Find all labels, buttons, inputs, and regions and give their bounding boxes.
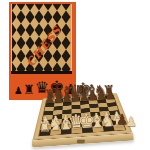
- harlequin-diamond: [35, 11, 44, 24]
- harlequin-diamond: [35, 24, 44, 37]
- harlequin-diamond: [71, 4, 73, 11]
- harlequin-diamond: [11, 11, 17, 24]
- harlequin-diamond: [71, 24, 73, 37]
- harlequin-diamond: [11, 37, 17, 50]
- harlequin-diamond: [17, 37, 26, 50]
- board-square: [61, 128, 72, 134]
- harlequin-diamond: [26, 4, 35, 11]
- harlequin-diamond: [26, 24, 35, 37]
- board-square: [72, 127, 83, 133]
- harlequin-diamond: [62, 4, 71, 11]
- harlequin-diamond: [17, 24, 26, 37]
- harlequin-diamond: [17, 4, 26, 11]
- harlequin-diamond: [11, 63, 17, 72]
- board-assembly: ♜♞♝♛♚♝♞♜♟♟♟♟♟♟♟♟♟♟♟♟♟♟♟♟♜♞♝♛♚♝♞♜: [26, 33, 133, 147]
- harlequin-diamond: [35, 4, 44, 11]
- spare-pawn-light: ♟: [125, 115, 137, 128]
- harlequin-diamond: [11, 50, 17, 63]
- harlequin-diamond: [53, 4, 62, 11]
- harlequin-diamond: [44, 4, 53, 11]
- board-square: [50, 129, 61, 135]
- board-square: [82, 127, 93, 133]
- harlequin-diamond: [71, 11, 73, 24]
- harlequin-diamond: [11, 24, 17, 37]
- harlequin-diamond: [11, 4, 17, 11]
- clasp-icon: [77, 138, 85, 143]
- harlequin-diamond: [26, 11, 35, 24]
- harlequin-diamond: [17, 11, 26, 24]
- harlequin-diamond: [62, 11, 71, 24]
- product-photo: CHESS ♟♜♛♚♝♞ ♜♞♝♛♚♝♞♜♟♟♟♟♟♟♟♟♟♟♟♟♟♟♟♟♜♞♝…: [0, 0, 150, 150]
- board-grid: [39, 95, 125, 136]
- harlequin-diamond: [44, 11, 53, 24]
- silhouette-pawn-icon: ♟: [14, 86, 23, 96]
